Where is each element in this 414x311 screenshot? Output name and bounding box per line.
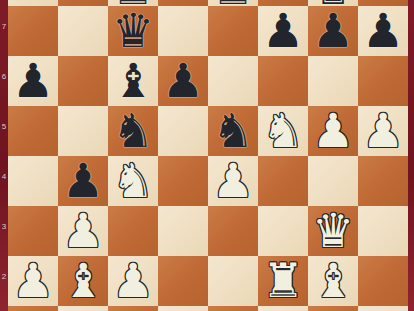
square-h2[interactable] — [358, 256, 408, 306]
square-f1[interactable] — [258, 306, 308, 311]
rank-label-4: 4 — [0, 173, 8, 181]
square-b5[interactable] — [58, 106, 108, 156]
square-e4[interactable]: ♟ — [208, 156, 258, 206]
square-e3[interactable] — [208, 206, 258, 256]
square-c3[interactable] — [108, 206, 158, 256]
white-king[interactable]: ♚ — [312, 306, 354, 311]
square-g2[interactable]: ♝ — [308, 256, 358, 306]
square-f5[interactable]: ♞ — [258, 106, 308, 156]
square-d6[interactable]: ♟ — [158, 56, 208, 106]
square-b3[interactable]: ♟ — [58, 206, 108, 256]
square-b6[interactable] — [58, 56, 108, 106]
square-f3[interactable] — [258, 206, 308, 256]
square-e1[interactable] — [208, 306, 258, 311]
black-pawn[interactable]: ♟ — [362, 6, 404, 56]
square-g5[interactable]: ♟ — [308, 106, 358, 156]
square-e2[interactable] — [208, 256, 258, 306]
square-a7[interactable] — [8, 6, 58, 56]
square-d7[interactable] — [158, 6, 208, 56]
square-g7[interactable]: ♟ — [308, 6, 358, 56]
square-c6[interactable]: ♝ — [108, 56, 158, 106]
white-pawn[interactable]: ♟ — [62, 206, 104, 256]
rank-label-3: 3 — [0, 223, 8, 231]
black-knight[interactable]: ♞ — [112, 106, 154, 156]
square-f2[interactable]: ♜ — [258, 256, 308, 306]
black-pawn[interactable]: ♟ — [62, 156, 104, 206]
white-bishop[interactable]: ♝ — [312, 256, 354, 306]
square-g1[interactable]: ♚ — [308, 306, 358, 311]
white-pawn[interactable]: ♟ — [312, 106, 354, 156]
square-a4[interactable] — [8, 156, 58, 206]
square-h6[interactable] — [358, 56, 408, 106]
square-a5[interactable] — [8, 106, 58, 156]
square-f7[interactable]: ♟ — [258, 6, 308, 56]
white-rook[interactable]: ♜ — [262, 256, 304, 306]
square-f4[interactable] — [258, 156, 308, 206]
square-c2[interactable]: ♟ — [108, 256, 158, 306]
square-b7[interactable] — [58, 6, 108, 56]
white-queen[interactable]: ♛ — [312, 206, 354, 256]
square-h5[interactable]: ♟ — [358, 106, 408, 156]
chess-board: ♜♜♚♛♟♟♟♟♝♟♞♞♞♟♟♟♞♟♟♛♟♝♟♜♝♚ — [8, 0, 408, 311]
square-d5[interactable] — [158, 106, 208, 156]
square-e7[interactable] — [208, 6, 258, 56]
square-h4[interactable] — [358, 156, 408, 206]
square-c5[interactable]: ♞ — [108, 106, 158, 156]
white-pawn[interactable]: ♟ — [362, 106, 404, 156]
white-knight[interactable]: ♞ — [112, 156, 154, 206]
white-knight[interactable]: ♞ — [262, 106, 304, 156]
black-pawn[interactable]: ♟ — [12, 56, 54, 106]
square-a3[interactable] — [8, 206, 58, 256]
square-b2[interactable]: ♝ — [58, 256, 108, 306]
square-h1[interactable] — [358, 306, 408, 311]
rank-label-6: 6 — [0, 73, 8, 81]
square-g4[interactable] — [308, 156, 358, 206]
square-g6[interactable] — [308, 56, 358, 106]
white-pawn[interactable]: ♟ — [112, 256, 154, 306]
black-queen[interactable]: ♛ — [112, 6, 154, 56]
square-e6[interactable] — [208, 56, 258, 106]
square-d4[interactable] — [158, 156, 208, 206]
chess-board-frame: ♜♜♚♛♟♟♟♟♝♟♞♞♞♟♟♟♞♟♟♛♟♝♟♜♝♚ 7 6 5 4 3 2 — [0, 0, 414, 311]
black-pawn[interactable]: ♟ — [312, 6, 354, 56]
white-bishop[interactable]: ♝ — [62, 256, 104, 306]
rank-label-7: 7 — [0, 23, 8, 31]
square-b4[interactable]: ♟ — [58, 156, 108, 206]
square-a2[interactable]: ♟ — [8, 256, 58, 306]
black-pawn[interactable]: ♟ — [162, 56, 204, 106]
square-d2[interactable] — [158, 256, 208, 306]
square-h3[interactable] — [358, 206, 408, 256]
square-g3[interactable]: ♛ — [308, 206, 358, 256]
black-bishop[interactable]: ♝ — [112, 56, 154, 106]
square-d1[interactable] — [158, 306, 208, 311]
square-a6[interactable]: ♟ — [8, 56, 58, 106]
square-h7[interactable]: ♟ — [358, 6, 408, 56]
black-pawn[interactable]: ♟ — [262, 6, 304, 56]
black-knight[interactable]: ♞ — [212, 106, 254, 156]
square-d3[interactable] — [158, 206, 208, 256]
square-a1[interactable] — [8, 306, 58, 311]
white-pawn[interactable]: ♟ — [212, 156, 254, 206]
rank-label-5: 5 — [0, 123, 8, 131]
square-f6[interactable] — [258, 56, 308, 106]
square-c4[interactable]: ♞ — [108, 156, 158, 206]
square-c1[interactable] — [108, 306, 158, 311]
square-e5[interactable]: ♞ — [208, 106, 258, 156]
square-c7[interactable]: ♛ — [108, 6, 158, 56]
square-b1[interactable] — [58, 306, 108, 311]
rank-label-2: 2 — [0, 273, 8, 281]
white-pawn[interactable]: ♟ — [12, 256, 54, 306]
